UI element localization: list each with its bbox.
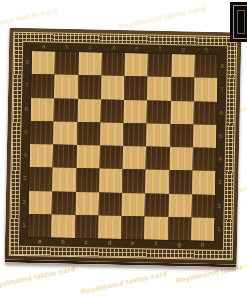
board-inner: abcdefgh abcdefgh 87654321 87654321	[19, 42, 227, 250]
file-top-label-a: a	[32, 42, 55, 51]
square-e7[interactable]	[124, 76, 148, 100]
rank-right-label-2: 2	[215, 194, 224, 217]
square-c1[interactable]	[75, 215, 99, 239]
file-top-label-d: d	[102, 44, 125, 53]
square-h8[interactable]	[194, 54, 218, 78]
square-a3[interactable]	[29, 167, 53, 191]
square-g8[interactable]	[171, 54, 195, 78]
square-h6[interactable]	[193, 101, 217, 125]
box-inlay-frame-inner	[237, 10, 245, 34]
square-f5[interactable]	[146, 123, 170, 147]
file-bottom-label-a: a	[28, 237, 51, 246]
file-bottom-label-c: c	[74, 238, 97, 247]
square-a7[interactable]	[31, 74, 55, 98]
square-a8[interactable]	[32, 51, 56, 75]
square-d2[interactable]	[98, 192, 122, 216]
square-f4[interactable]	[146, 146, 170, 170]
chess-board: abcdefgh abcdefgh 87654321 87654321	[5, 28, 242, 268]
square-g4[interactable]	[169, 147, 193, 171]
file-bottom-label-g: g	[167, 240, 190, 249]
file-top-label-c: c	[78, 43, 101, 52]
square-a2[interactable]	[29, 191, 53, 215]
rank-right-label-8: 8	[217, 55, 226, 78]
square-d3[interactable]	[99, 169, 123, 193]
watermark-text: Royalmaind takhte nard	[118, 5, 206, 30]
square-c6[interactable]	[77, 99, 101, 123]
square-g3[interactable]	[169, 170, 193, 194]
square-a5[interactable]	[30, 121, 54, 145]
square-h3[interactable]	[192, 171, 216, 195]
square-c3[interactable]	[76, 168, 100, 192]
square-e4[interactable]	[123, 146, 147, 170]
watermark-text: Royalmaind takhte nard	[80, 270, 168, 295]
square-a4[interactable]	[30, 144, 54, 168]
square-b6[interactable]	[54, 98, 78, 122]
rank-right-label-3: 3	[215, 171, 224, 194]
square-a6[interactable]	[31, 98, 55, 122]
rank-right-label-1: 1	[214, 218, 223, 241]
square-f6[interactable]	[147, 100, 171, 124]
file-bottom-label-f: f	[144, 239, 167, 248]
board-frame: abcdefgh abcdefgh 87654321 87654321	[5, 28, 242, 268]
square-f7[interactable]	[147, 77, 171, 101]
square-e3[interactable]	[122, 169, 146, 193]
rank-right-label-6: 6	[216, 101, 225, 124]
square-d6[interactable]	[100, 99, 124, 123]
square-e1[interactable]	[121, 216, 145, 240]
square-e6[interactable]	[124, 100, 148, 124]
rank-right-label-4: 4	[216, 148, 225, 171]
file-top-label-e: e	[125, 44, 148, 53]
file-top-label-f: f	[148, 45, 171, 54]
square-d1[interactable]	[98, 215, 122, 239]
board-grid	[28, 51, 218, 241]
square-e5[interactable]	[123, 123, 147, 147]
square-d8[interactable]	[101, 53, 125, 77]
square-b3[interactable]	[52, 168, 76, 192]
square-g2[interactable]	[168, 193, 192, 217]
square-d4[interactable]	[99, 146, 123, 170]
file-top-label-h: h	[195, 45, 218, 54]
rank-left-label-7: 7	[22, 74, 31, 97]
watermark-text: Royalmaind takhte nard	[0, 265, 76, 290]
square-b1[interactable]	[51, 214, 75, 238]
square-h7[interactable]	[194, 78, 218, 102]
square-f8[interactable]	[148, 54, 172, 78]
square-g6[interactable]	[170, 100, 194, 124]
square-f3[interactable]	[145, 170, 169, 194]
file-bottom-label-h: h	[191, 240, 214, 249]
rank-left-label-1: 1	[19, 214, 28, 237]
square-c7[interactable]	[78, 75, 102, 99]
square-f2[interactable]	[145, 193, 169, 217]
square-h2[interactable]	[191, 194, 215, 218]
file-bottom-label-d: d	[98, 238, 121, 247]
square-b8[interactable]	[55, 52, 79, 76]
rank-left-label-8: 8	[23, 51, 32, 74]
file-top-label-g: g	[171, 45, 194, 54]
square-h4[interactable]	[192, 147, 216, 171]
square-h1[interactable]	[191, 217, 215, 241]
file-top-label-b: b	[55, 43, 78, 52]
square-d7[interactable]	[101, 76, 125, 100]
square-e2[interactable]	[122, 192, 146, 216]
square-h5[interactable]	[193, 124, 217, 148]
square-c2[interactable]	[75, 192, 99, 216]
square-b2[interactable]	[52, 191, 76, 215]
rank-left-label-2: 2	[20, 190, 29, 213]
file-bottom-label-e: e	[121, 239, 144, 248]
square-b7[interactable]	[54, 75, 78, 99]
square-b4[interactable]	[53, 145, 77, 169]
square-g1[interactable]	[168, 217, 192, 241]
square-e8[interactable]	[124, 53, 148, 77]
square-c8[interactable]	[78, 52, 102, 76]
product-photo: Royalmaind takhte nard Royalmaind takhte…	[0, 0, 247, 296]
file-bottom-label-b: b	[51, 238, 74, 247]
rank-right-label-5: 5	[216, 125, 225, 148]
square-g7[interactable]	[170, 77, 194, 101]
square-a1[interactable]	[28, 214, 52, 238]
square-b5[interactable]	[53, 121, 77, 145]
square-d5[interactable]	[100, 122, 124, 146]
square-f1[interactable]	[144, 216, 168, 240]
square-g5[interactable]	[170, 124, 194, 148]
adjacent-black-box-corner	[230, 2, 247, 42]
square-c4[interactable]	[76, 145, 100, 169]
rank-right-label-7: 7	[217, 78, 226, 101]
square-c5[interactable]	[77, 122, 101, 146]
